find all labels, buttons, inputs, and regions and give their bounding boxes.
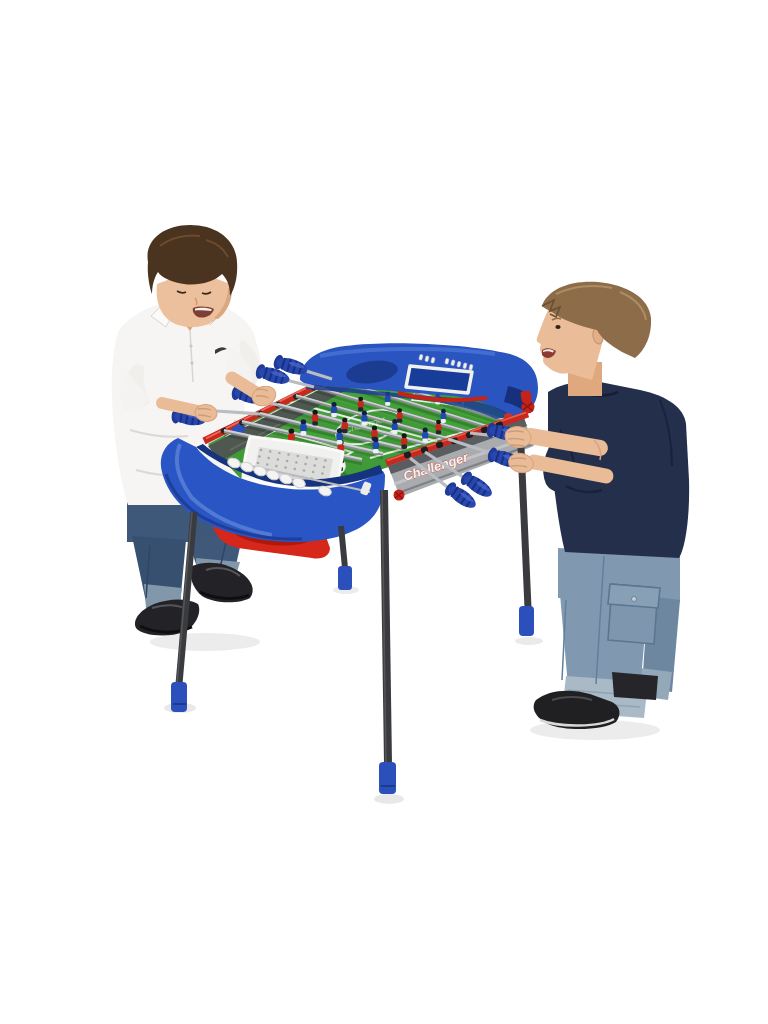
right-child-head — [537, 282, 651, 396]
photo-background: Challenger — [0, 0, 768, 1024]
leg-tip — [171, 682, 187, 712]
far-goal — [406, 366, 472, 393]
product-photo: Challenger — [0, 0, 768, 1024]
leg-tip — [338, 566, 352, 590]
near-corner-knob — [394, 490, 405, 501]
leg-tip — [379, 762, 396, 794]
cargo-pocket — [608, 584, 660, 644]
right-child-eye — [555, 325, 560, 329]
right-child — [534, 282, 689, 729]
leg-tip — [519, 606, 534, 636]
